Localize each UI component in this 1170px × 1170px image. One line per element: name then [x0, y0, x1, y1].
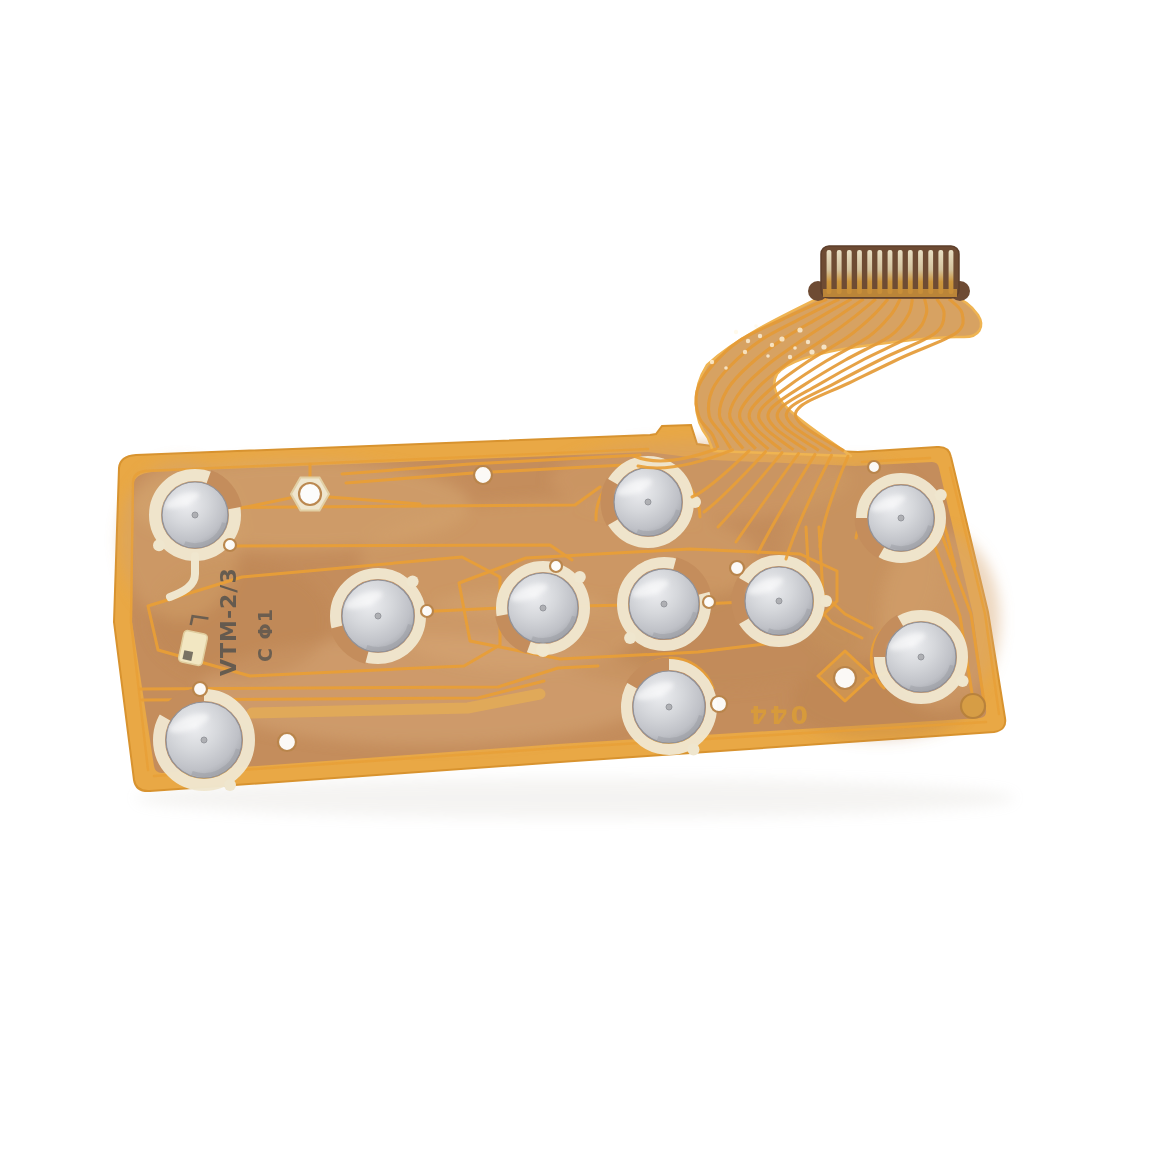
dome-center-dot: [898, 515, 904, 521]
board-shadow: [135, 778, 1015, 818]
connector-pin: [827, 250, 832, 294]
dome-center-left: [502, 567, 586, 650]
pad-gap: [738, 581, 743, 622]
glitter: [806, 340, 810, 344]
hole: [474, 466, 492, 484]
connector-pin: [928, 250, 933, 294]
glitter: [821, 344, 826, 349]
hole: [961, 694, 985, 718]
hole: [278, 733, 296, 751]
glitter: [724, 366, 728, 370]
connector-pin: [918, 250, 923, 294]
dome-center-dot: [661, 601, 667, 607]
connector-pin: [857, 250, 862, 294]
connector-pin: [888, 250, 893, 294]
hole: [421, 605, 433, 617]
pad-tab: [153, 539, 165, 551]
hole: [730, 561, 744, 575]
glitter: [710, 360, 714, 364]
dome-center-dot: [540, 605, 546, 611]
marking-model: VTM-2/3: [216, 567, 241, 676]
dome-center-dot: [918, 654, 924, 660]
glitter: [758, 334, 762, 338]
connector-gold-band: [823, 289, 957, 297]
connector-pin: [938, 250, 943, 294]
dome-center-dot: [201, 737, 207, 743]
dome-center-dot: [192, 512, 198, 518]
pad-gap: [607, 482, 612, 523]
glitter: [746, 339, 750, 343]
dome-mid-left: [336, 574, 421, 659]
pad-tab: [820, 595, 832, 607]
dome-top-right: [862, 479, 947, 558]
product-photo: VTM-2/3 C Φ1 044: [0, 0, 1170, 1170]
glitter: [770, 343, 774, 347]
connector-pin: [877, 250, 882, 294]
hole: [224, 539, 236, 551]
hole: [834, 667, 856, 689]
dome-bottom-center: [627, 665, 712, 756]
hole: [299, 483, 321, 505]
ffc-connector: [808, 246, 970, 301]
hole: [703, 596, 715, 608]
pad-tab: [624, 632, 636, 644]
dome-center-dot: [375, 613, 381, 619]
connector-pin: [898, 250, 903, 294]
dome-right-lower: [880, 616, 969, 699]
glitter: [766, 354, 770, 358]
dome-center-dot: [645, 499, 651, 505]
pad-tab: [688, 743, 700, 755]
glitter: [754, 324, 758, 328]
connector-pin: [837, 250, 842, 294]
dome-center-dot: [666, 704, 672, 710]
pad-tab: [407, 575, 419, 587]
glitter: [734, 330, 738, 334]
flex-cable-illustration: VTM-2/3 C Φ1 044: [0, 0, 1170, 1170]
glitter: [779, 336, 784, 341]
glitter: [788, 355, 792, 359]
pad-tab: [957, 675, 969, 687]
glitter: [797, 327, 802, 332]
dome-bottom-left: [159, 695, 249, 791]
dome-center-dot: [776, 598, 782, 604]
pad-tab: [935, 489, 947, 501]
hole: [193, 682, 207, 696]
marking-spec: C Φ1: [254, 608, 276, 662]
dome-center: [623, 563, 706, 646]
hole: [550, 560, 562, 572]
pad-tab: [224, 779, 236, 791]
connector-pin: [949, 250, 954, 294]
glitter: [743, 350, 747, 354]
pad-tab: [574, 571, 586, 583]
hole: [868, 461, 880, 473]
glitter: [809, 349, 814, 354]
marking-lot-code: 044: [747, 700, 808, 729]
hole: [711, 696, 727, 712]
connector-pin: [847, 250, 852, 294]
connector-pin: [867, 250, 872, 294]
glitter: [793, 346, 797, 350]
dome-top-left: [153, 475, 235, 555]
connector-pin: [908, 250, 913, 294]
